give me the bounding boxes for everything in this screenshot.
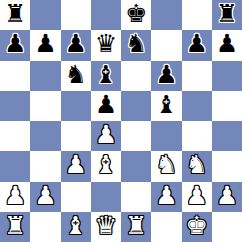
- square-c7[interactable]: ♟: [61, 30, 91, 60]
- square-g2[interactable]: ♟: [182, 182, 212, 212]
- piece-black-king: ♚: [125, 0, 147, 29]
- square-f7[interactable]: [151, 30, 181, 60]
- square-h7[interactable]: ♟: [212, 30, 242, 60]
- square-a2[interactable]: ♟: [0, 182, 30, 212]
- piece-black-knight: ♞: [64, 61, 86, 90]
- square-e5[interactable]: [121, 91, 151, 121]
- square-g3[interactable]: ♞: [182, 151, 212, 181]
- square-a8[interactable]: ♜: [0, 0, 30, 30]
- square-a6[interactable]: [0, 61, 30, 91]
- square-f8[interactable]: [151, 0, 181, 30]
- piece-black-pawn: ♟: [64, 30, 86, 59]
- piece-white-queen: ♛: [95, 212, 117, 241]
- piece-white-bishop: ♝: [64, 212, 86, 241]
- square-d5[interactable]: ♟: [91, 91, 121, 121]
- piece-white-rook: ♜: [125, 212, 147, 241]
- square-b3[interactable]: [30, 151, 60, 181]
- piece-white-knight: ♞: [155, 151, 177, 180]
- piece-black-pawn: ♟: [216, 30, 238, 59]
- square-d8[interactable]: [91, 0, 121, 30]
- square-g6[interactable]: [182, 61, 212, 91]
- square-c1[interactable]: ♝: [61, 212, 91, 242]
- square-b7[interactable]: ♟: [30, 30, 60, 60]
- square-e1[interactable]: ♜: [121, 212, 151, 242]
- chess-board: ♜♚♜♟♟♟♛♞♟♟♞♝♟♟♝♟♟♝♞♞♟♟♟♟♟♜♝♛♜♚: [0, 0, 242, 242]
- square-c3[interactable]: ♟: [61, 151, 91, 181]
- square-f2[interactable]: ♟: [151, 182, 181, 212]
- square-a1[interactable]: ♜: [0, 212, 30, 242]
- piece-white-pawn: ♟: [95, 121, 117, 150]
- square-b1[interactable]: [30, 212, 60, 242]
- piece-black-bishop: ♝: [95, 61, 117, 90]
- square-f6[interactable]: ♟: [151, 61, 181, 91]
- piece-white-pawn: ♟: [34, 182, 56, 211]
- square-g4[interactable]: [182, 121, 212, 151]
- square-e7[interactable]: ♞: [121, 30, 151, 60]
- piece-white-pawn: ♟: [64, 151, 86, 180]
- square-c2[interactable]: [61, 182, 91, 212]
- piece-white-bishop: ♝: [95, 151, 117, 180]
- square-f5[interactable]: ♝: [151, 91, 181, 121]
- square-e8[interactable]: ♚: [121, 0, 151, 30]
- piece-black-queen: ♛: [95, 30, 117, 59]
- square-b8[interactable]: [30, 0, 60, 30]
- piece-white-pawn: ♟: [216, 182, 238, 211]
- square-b4[interactable]: [30, 121, 60, 151]
- square-b6[interactable]: [30, 61, 60, 91]
- piece-black-pawn: ♟: [185, 30, 207, 59]
- piece-black-pawn: ♟: [155, 61, 177, 90]
- square-d3[interactable]: ♝: [91, 151, 121, 181]
- square-g5[interactable]: [182, 91, 212, 121]
- square-a3[interactable]: [0, 151, 30, 181]
- square-g8[interactable]: [182, 0, 212, 30]
- piece-white-pawn: ♟: [155, 182, 177, 211]
- square-f1[interactable]: [151, 212, 181, 242]
- square-h4[interactable]: [212, 121, 242, 151]
- square-b5[interactable]: [30, 91, 60, 121]
- piece-white-pawn: ♟: [185, 182, 207, 211]
- piece-black-rook: ♜: [216, 0, 238, 29]
- square-a5[interactable]: [0, 91, 30, 121]
- piece-white-knight: ♞: [185, 151, 207, 180]
- square-h1[interactable]: [212, 212, 242, 242]
- square-d1[interactable]: ♛: [91, 212, 121, 242]
- square-h3[interactable]: [212, 151, 242, 181]
- square-h8[interactable]: ♜: [212, 0, 242, 30]
- piece-white-king: ♚: [185, 212, 207, 241]
- square-e2[interactable]: [121, 182, 151, 212]
- square-d6[interactable]: ♝: [91, 61, 121, 91]
- piece-black-pawn: ♟: [95, 91, 117, 120]
- piece-white-pawn: ♟: [4, 182, 26, 211]
- square-g1[interactable]: ♚: [182, 212, 212, 242]
- square-h6[interactable]: [212, 61, 242, 91]
- square-d7[interactable]: ♛: [91, 30, 121, 60]
- square-b2[interactable]: ♟: [30, 182, 60, 212]
- square-c5[interactable]: [61, 91, 91, 121]
- square-e6[interactable]: [121, 61, 151, 91]
- square-g7[interactable]: ♟: [182, 30, 212, 60]
- square-c8[interactable]: [61, 0, 91, 30]
- square-e3[interactable]: [121, 151, 151, 181]
- square-h2[interactable]: ♟: [212, 182, 242, 212]
- square-c4[interactable]: [61, 121, 91, 151]
- piece-black-pawn: ♟: [34, 30, 56, 59]
- square-a4[interactable]: [0, 121, 30, 151]
- square-d4[interactable]: ♟: [91, 121, 121, 151]
- square-a7[interactable]: ♟: [0, 30, 30, 60]
- piece-black-pawn: ♟: [4, 30, 26, 59]
- piece-white-rook: ♜: [4, 212, 26, 241]
- square-d2[interactable]: [91, 182, 121, 212]
- square-h5[interactable]: [212, 91, 242, 121]
- square-f4[interactable]: [151, 121, 181, 151]
- piece-black-rook: ♜: [4, 0, 26, 29]
- piece-black-bishop: ♝: [155, 91, 177, 120]
- square-c6[interactable]: ♞: [61, 61, 91, 91]
- square-f3[interactable]: ♞: [151, 151, 181, 181]
- piece-black-knight: ♞: [125, 30, 147, 59]
- square-e4[interactable]: [121, 121, 151, 151]
